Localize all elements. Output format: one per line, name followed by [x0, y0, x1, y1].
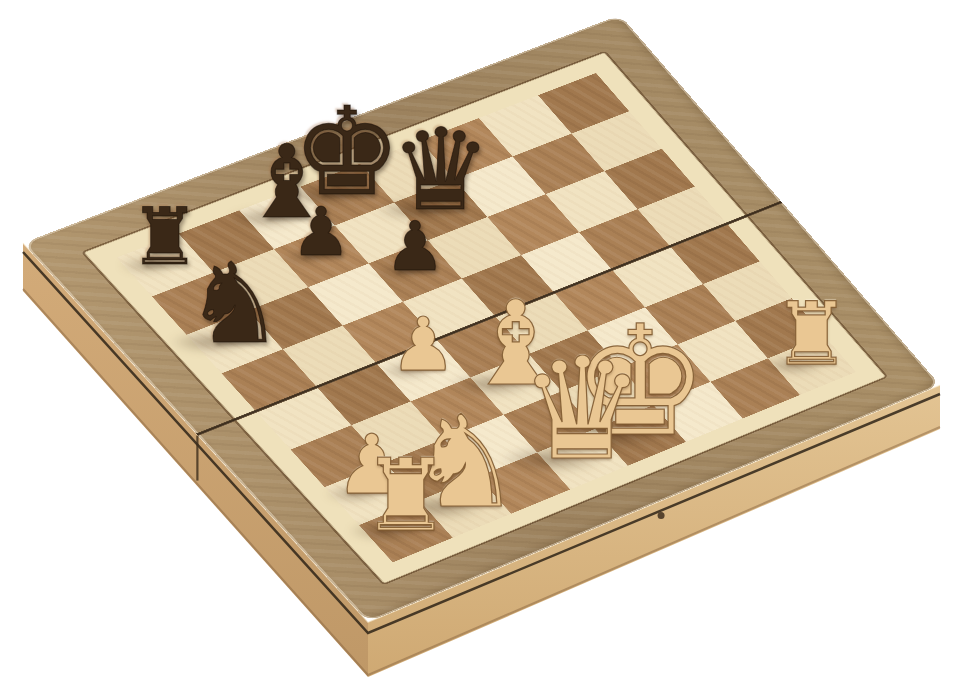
chess-set-product-photo: ♜♝♚♛♟♞♟♟♝♟♜♞♛♚♜ — [0, 0, 959, 700]
clasp-pin — [658, 512, 665, 519]
